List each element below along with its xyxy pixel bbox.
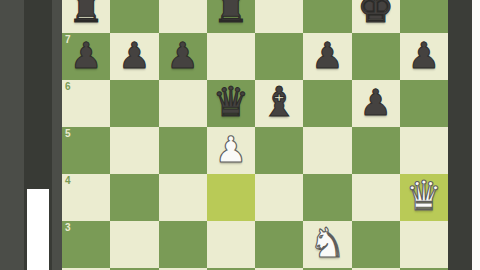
black-rook[interactable]: ♜: [212, 0, 249, 29]
right-edge-strip: [472, 0, 480, 270]
square-d4[interactable]: [207, 174, 255, 221]
square-a5[interactable]: 5: [62, 127, 110, 174]
square-b4[interactable]: [110, 174, 158, 221]
square-b6[interactable]: [110, 80, 158, 127]
black-king[interactable]: ♚: [357, 0, 394, 29]
square-a8[interactable]: 8♜: [62, 0, 110, 33]
white-queen[interactable]: ♛: [405, 176, 442, 217]
square-g8[interactable]: ♚: [352, 0, 400, 33]
square-e4[interactable]: [255, 174, 303, 221]
square-f8[interactable]: [303, 0, 351, 33]
square-h3[interactable]: [400, 221, 448, 268]
square-f3[interactable]: ♞: [303, 221, 351, 268]
white-knight[interactable]: ♞: [309, 223, 346, 264]
white-pawn[interactable]: ♟: [215, 132, 247, 168]
left-panel: [0, 0, 62, 270]
eval-bar-white-section: [27, 189, 49, 270]
black-rook[interactable]: ♜: [68, 0, 105, 29]
square-b5[interactable]: [110, 127, 158, 174]
square-e3[interactable]: [255, 221, 303, 268]
square-g5[interactable]: [352, 127, 400, 174]
black-pawn[interactable]: ♟: [311, 38, 343, 74]
chess-board: 8♜♜♚7♟♟♟♟♟6♛♝♟5♟4♛3♞21: [62, 0, 448, 270]
black-bishop[interactable]: ♝: [261, 82, 298, 123]
square-a6[interactable]: 6: [62, 80, 110, 127]
rank-label-6: 6: [65, 82, 71, 92]
square-d7[interactable]: [207, 33, 255, 80]
right-panel: [448, 0, 472, 270]
square-e7[interactable]: [255, 33, 303, 80]
square-e5[interactable]: [255, 127, 303, 174]
square-c4[interactable]: [159, 174, 207, 221]
square-b8[interactable]: [110, 0, 158, 33]
square-a4[interactable]: 4: [62, 174, 110, 221]
square-a3[interactable]: 3: [62, 221, 110, 268]
square-h5[interactable]: [400, 127, 448, 174]
square-g3[interactable]: [352, 221, 400, 268]
square-d3[interactable]: [207, 221, 255, 268]
black-pawn[interactable]: ♟: [118, 38, 150, 74]
square-d8[interactable]: ♜: [207, 0, 255, 33]
square-f5[interactable]: [303, 127, 351, 174]
black-queen[interactable]: ♛: [212, 82, 249, 123]
square-h7[interactable]: ♟: [400, 33, 448, 80]
square-d6[interactable]: ♛: [207, 80, 255, 127]
square-b3[interactable]: [110, 221, 158, 268]
rank-label-4: 4: [65, 176, 71, 186]
square-g7[interactable]: [352, 33, 400, 80]
square-h6[interactable]: [400, 80, 448, 127]
black-pawn[interactable]: ♟: [166, 38, 198, 74]
square-c6[interactable]: [159, 80, 207, 127]
black-pawn[interactable]: ♟: [70, 38, 102, 74]
square-c5[interactable]: [159, 127, 207, 174]
black-pawn[interactable]: ♟: [359, 85, 391, 121]
rank-label-5: 5: [65, 129, 71, 139]
square-e6[interactable]: ♝: [255, 80, 303, 127]
square-h4[interactable]: ♛: [400, 174, 448, 221]
square-f6[interactable]: [303, 80, 351, 127]
square-c7[interactable]: ♟: [159, 33, 207, 80]
black-pawn[interactable]: ♟: [408, 38, 440, 74]
square-e8[interactable]: [255, 0, 303, 33]
square-g6[interactable]: ♟: [352, 80, 400, 127]
square-h8[interactable]: [400, 0, 448, 33]
square-d5[interactable]: ♟: [207, 127, 255, 174]
square-a7[interactable]: 7♟: [62, 33, 110, 80]
square-b7[interactable]: ♟: [110, 33, 158, 80]
square-c8[interactable]: [159, 0, 207, 33]
square-f4[interactable]: [303, 174, 351, 221]
square-g4[interactable]: [352, 174, 400, 221]
square-f7[interactable]: ♟: [303, 33, 351, 80]
evaluation-bar: [24, 0, 52, 270]
rank-label-3: 3: [65, 223, 71, 233]
app-screen: 8♜♜♚7♟♟♟♟♟6♛♝♟5♟4♛3♞21: [0, 0, 480, 270]
square-c3[interactable]: [159, 221, 207, 268]
